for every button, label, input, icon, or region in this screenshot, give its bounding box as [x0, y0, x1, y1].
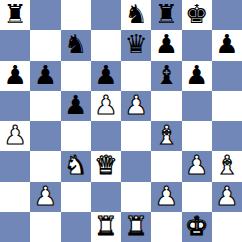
square-h5[interactable]	[212, 91, 242, 121]
square-f6[interactable]: ♝	[151, 61, 181, 91]
square-f4[interactable]: ♝	[151, 121, 181, 151]
square-g7[interactable]	[182, 30, 212, 60]
square-a8[interactable]: ♜	[0, 0, 30, 30]
white-rook-e1[interactable]: ♜	[124, 213, 147, 239]
black-bishop-f6[interactable]: ♝	[155, 62, 178, 88]
black-king-g8[interactable]: ♚	[185, 1, 208, 27]
square-g3[interactable]: ♟	[182, 151, 212, 181]
black-knight-e8[interactable]: ♞	[124, 1, 147, 27]
square-c5[interactable]: ♟	[61, 91, 91, 121]
square-d6[interactable]: ♟	[91, 61, 121, 91]
square-a3[interactable]	[0, 151, 30, 181]
white-knight-c3[interactable]: ♞	[64, 152, 87, 178]
white-pawn-h2[interactable]: ♟	[215, 183, 238, 209]
square-h2[interactable]: ♟	[212, 182, 242, 212]
square-h4[interactable]	[212, 121, 242, 151]
square-c6[interactable]	[61, 61, 91, 91]
square-d8[interactable]	[91, 0, 121, 30]
white-king-g1[interactable]: ♚	[185, 213, 208, 239]
square-e4[interactable]	[121, 121, 151, 151]
white-pawn-f2[interactable]: ♟	[155, 183, 178, 209]
white-bishop-h3[interactable]: ♝	[215, 152, 238, 178]
square-g1[interactable]: ♚	[182, 212, 212, 242]
square-c3[interactable]: ♞	[61, 151, 91, 181]
white-pawn-a4[interactable]: ♟	[3, 122, 26, 148]
black-pawn-a6[interactable]: ♟	[3, 62, 26, 88]
square-h3[interactable]: ♝	[212, 151, 242, 181]
square-d4[interactable]	[91, 121, 121, 151]
square-e2[interactable]	[121, 182, 151, 212]
square-h8[interactable]	[212, 0, 242, 30]
black-pawn-h7[interactable]: ♟	[215, 31, 238, 57]
square-b8[interactable]	[30, 0, 60, 30]
square-a2[interactable]	[0, 182, 30, 212]
square-b3[interactable]	[30, 151, 60, 181]
white-pawn-b2[interactable]: ♟	[34, 183, 57, 209]
square-c1[interactable]	[61, 212, 91, 242]
black-pawn-d6[interactable]: ♟	[94, 62, 117, 88]
square-c7[interactable]: ♞	[61, 30, 91, 60]
white-pawn-d5[interactable]: ♟	[94, 92, 117, 118]
square-c4[interactable]	[61, 121, 91, 151]
square-h6[interactable]	[212, 61, 242, 91]
square-g2[interactable]	[182, 182, 212, 212]
square-f8[interactable]: ♜	[151, 0, 181, 30]
square-e6[interactable]	[121, 61, 151, 91]
square-g6[interactable]: ♟	[182, 61, 212, 91]
black-queen-e7[interactable]: ♛	[124, 31, 147, 57]
white-queen-d3[interactable]: ♛	[94, 152, 117, 178]
square-h7[interactable]: ♟	[212, 30, 242, 60]
black-pawn-f7[interactable]: ♟	[155, 31, 178, 57]
square-b5[interactable]	[30, 91, 60, 121]
square-f1[interactable]	[151, 212, 181, 242]
square-d3[interactable]: ♛	[91, 151, 121, 181]
square-g5[interactable]	[182, 91, 212, 121]
square-h1[interactable]	[212, 212, 242, 242]
square-b1[interactable]	[30, 212, 60, 242]
square-f2[interactable]: ♟	[151, 182, 181, 212]
black-rook-f8[interactable]: ♜	[155, 1, 178, 27]
square-a1[interactable]	[0, 212, 30, 242]
square-a7[interactable]	[0, 30, 30, 60]
chess-board: ♜♞♜♚♞♛♟♟♟♟♟♝♟♟♟♟♟♝♞♛♟♝♟♟♟♜♜♚	[0, 0, 242, 242]
square-d2[interactable]	[91, 182, 121, 212]
square-e1[interactable]: ♜	[121, 212, 151, 242]
square-e3[interactable]	[121, 151, 151, 181]
white-rook-d1[interactable]: ♜	[94, 213, 117, 239]
square-b7[interactable]	[30, 30, 60, 60]
square-g4[interactable]	[182, 121, 212, 151]
black-pawn-g6[interactable]: ♟	[185, 62, 208, 88]
square-e5[interactable]: ♟	[121, 91, 151, 121]
black-pawn-c5[interactable]: ♟	[64, 92, 87, 118]
white-pawn-g3[interactable]: ♟	[185, 152, 208, 178]
square-a4[interactable]: ♟	[0, 121, 30, 151]
black-pawn-b6[interactable]: ♟	[34, 62, 57, 88]
square-f7[interactable]: ♟	[151, 30, 181, 60]
square-e7[interactable]: ♛	[121, 30, 151, 60]
square-d5[interactable]: ♟	[91, 91, 121, 121]
square-c8[interactable]	[61, 0, 91, 30]
square-c2[interactable]	[61, 182, 91, 212]
square-a6[interactable]: ♟	[0, 61, 30, 91]
square-b2[interactable]: ♟	[30, 182, 60, 212]
white-bishop-f4[interactable]: ♝	[155, 122, 178, 148]
square-e8[interactable]: ♞	[121, 0, 151, 30]
square-b4[interactable]	[30, 121, 60, 151]
black-rook-a8[interactable]: ♜	[3, 1, 26, 27]
white-pawn-e5[interactable]: ♟	[124, 92, 147, 118]
square-a5[interactable]	[0, 91, 30, 121]
square-d7[interactable]	[91, 30, 121, 60]
square-d1[interactable]: ♜	[91, 212, 121, 242]
square-b6[interactable]: ♟	[30, 61, 60, 91]
square-f5[interactable]	[151, 91, 181, 121]
square-g8[interactable]: ♚	[182, 0, 212, 30]
square-f3[interactable]	[151, 151, 181, 181]
black-knight-c7[interactable]: ♞	[64, 31, 87, 57]
